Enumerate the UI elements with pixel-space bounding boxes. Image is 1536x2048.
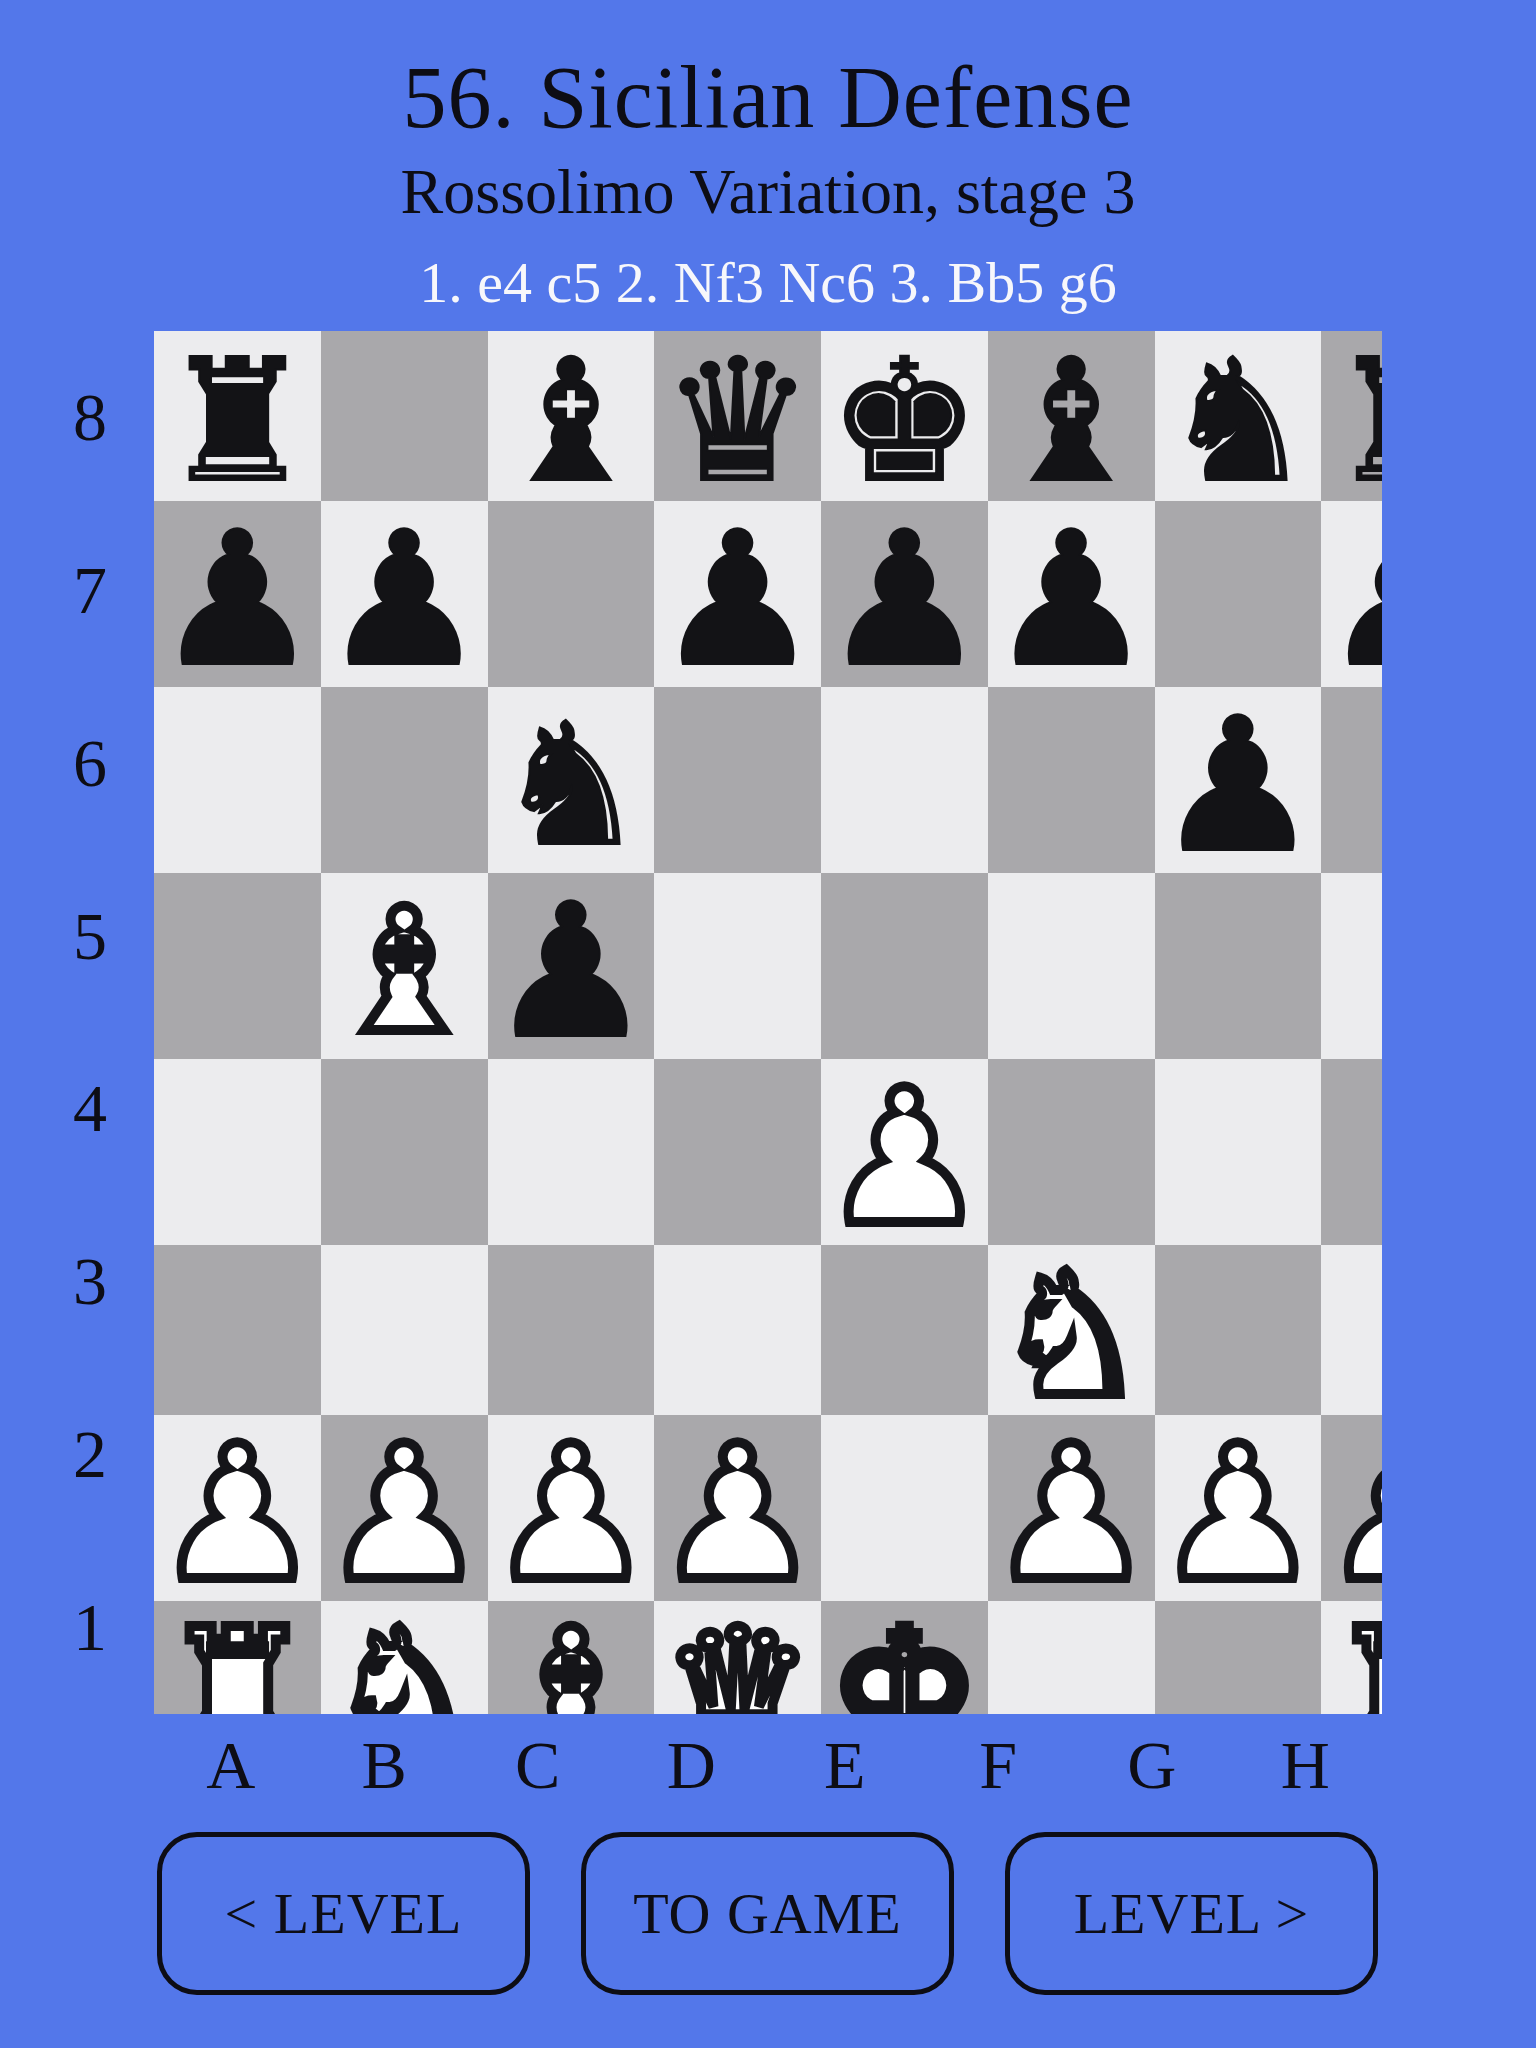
piece-white-pawn: ♟ bbox=[1155, 1421, 1322, 1607]
square-b6[interactable] bbox=[321, 687, 488, 873]
piece-white-king: ♚ bbox=[828, 1606, 980, 1714]
piece-white-queen: ♛ bbox=[661, 1606, 813, 1714]
square-d6[interactable] bbox=[654, 687, 821, 873]
square-g5[interactable] bbox=[1155, 873, 1322, 1059]
piece-black-rook: ♜ bbox=[161, 336, 313, 506]
rank-label-3: 3 bbox=[40, 1195, 140, 1368]
square-f8[interactable]: ♝ bbox=[988, 331, 1155, 501]
square-g7[interactable] bbox=[1155, 501, 1322, 687]
piece-black-pawn: ♟ bbox=[654, 507, 821, 693]
square-b1[interactable]: ♞ bbox=[321, 1601, 488, 1714]
piece-black-pawn: ♟ bbox=[488, 879, 655, 1065]
square-d5[interactable] bbox=[654, 873, 821, 1059]
square-h8[interactable]: ♜ bbox=[1321, 331, 1382, 501]
square-b3[interactable] bbox=[321, 1245, 488, 1415]
square-e1[interactable]: ♚ bbox=[821, 1601, 988, 1714]
piece-black-pawn: ♟ bbox=[821, 507, 988, 693]
rank-label-5: 5 bbox=[40, 850, 140, 1023]
piece-white-pawn: ♟ bbox=[321, 1421, 488, 1607]
square-h7[interactable]: ♟ bbox=[1321, 501, 1382, 687]
square-a5[interactable] bbox=[154, 873, 321, 1059]
prev-level-button[interactable]: < LEVEL bbox=[157, 1832, 530, 1995]
square-d7[interactable]: ♟ bbox=[654, 501, 821, 687]
square-h2[interactable]: ♟ bbox=[1321, 1415, 1382, 1601]
square-g8[interactable]: ♞ bbox=[1155, 331, 1322, 501]
square-c7[interactable] bbox=[488, 501, 655, 687]
to-game-button[interactable]: TO GAME bbox=[581, 1832, 954, 1995]
piece-black-pawn: ♟ bbox=[154, 507, 321, 693]
square-d4[interactable] bbox=[654, 1059, 821, 1245]
piece-white-pawn: ♟ bbox=[154, 1421, 321, 1607]
file-labels: A B C D E F G H bbox=[154, 1722, 1382, 1808]
square-g6[interactable]: ♟ bbox=[1155, 687, 1322, 873]
square-e5[interactable] bbox=[821, 873, 988, 1059]
piece-black-bishop: ♝ bbox=[995, 336, 1147, 506]
file-label-c: C bbox=[461, 1722, 615, 1808]
piece-white-pawn: ♟ bbox=[488, 1421, 655, 1607]
square-c8[interactable]: ♝ bbox=[488, 331, 655, 501]
page-subtitle: Rossolimo Variation, stage 3 bbox=[0, 160, 1536, 224]
rank-label-4: 4 bbox=[40, 1023, 140, 1196]
square-a7[interactable]: ♟ bbox=[154, 501, 321, 687]
square-h6[interactable] bbox=[1321, 687, 1382, 873]
next-level-button[interactable]: LEVEL > bbox=[1005, 1832, 1378, 1995]
square-c4[interactable] bbox=[488, 1059, 655, 1245]
square-h4[interactable] bbox=[1321, 1059, 1382, 1245]
rank-label-6: 6 bbox=[40, 677, 140, 850]
square-f5[interactable] bbox=[988, 873, 1155, 1059]
piece-black-knight: ♞ bbox=[495, 700, 647, 870]
move-list: 1. e4 c5 2. Nf3 Nc6 3. Bb5 g6 bbox=[0, 254, 1536, 312]
square-e7[interactable]: ♟ bbox=[821, 501, 988, 687]
piece-white-pawn: ♟ bbox=[654, 1421, 821, 1607]
square-g2[interactable]: ♟ bbox=[1155, 1415, 1322, 1601]
square-d2[interactable]: ♟ bbox=[654, 1415, 821, 1601]
chess-board: ♜♝♛♚♝♞♜♟♟♟♟♟♟♞♟♝♟♟♞♟♟♟♟♟♟♟♜♞♝♛♚♜ bbox=[154, 331, 1382, 1714]
square-f2[interactable]: ♟ bbox=[988, 1415, 1155, 1601]
piece-black-knight: ♞ bbox=[1162, 336, 1314, 506]
file-label-g: G bbox=[1075, 1722, 1229, 1808]
square-e6[interactable] bbox=[821, 687, 988, 873]
rank-label-1: 1 bbox=[40, 1541, 140, 1714]
piece-black-bishop: ♝ bbox=[495, 336, 647, 506]
piece-white-rook: ♜ bbox=[161, 1606, 313, 1714]
square-e4[interactable]: ♟ bbox=[821, 1059, 988, 1245]
square-b7[interactable]: ♟ bbox=[321, 501, 488, 687]
rank-label-7: 7 bbox=[40, 504, 140, 677]
piece-black-rook: ♜ bbox=[1328, 336, 1382, 506]
square-d3[interactable] bbox=[654, 1245, 821, 1415]
piece-black-pawn: ♟ bbox=[1155, 693, 1322, 879]
square-c6[interactable]: ♞ bbox=[488, 687, 655, 873]
square-h5[interactable] bbox=[1321, 873, 1382, 1059]
piece-black-pawn: ♟ bbox=[988, 507, 1155, 693]
square-a3[interactable] bbox=[154, 1245, 321, 1415]
rank-label-8: 8 bbox=[40, 331, 140, 504]
square-d8[interactable]: ♛ bbox=[654, 331, 821, 501]
square-e8[interactable]: ♚ bbox=[821, 331, 988, 501]
rank-label-2: 2 bbox=[40, 1368, 140, 1541]
rank-labels: 8 7 6 5 4 3 2 1 bbox=[40, 331, 140, 1714]
piece-white-pawn: ♟ bbox=[1321, 1421, 1382, 1607]
square-h3[interactable] bbox=[1321, 1245, 1382, 1415]
file-label-f: F bbox=[922, 1722, 1076, 1808]
square-f3[interactable]: ♞ bbox=[988, 1245, 1155, 1415]
square-b2[interactable]: ♟ bbox=[321, 1415, 488, 1601]
square-b4[interactable] bbox=[321, 1059, 488, 1245]
piece-white-rook: ♜ bbox=[1328, 1606, 1382, 1714]
piece-white-bishop: ♝ bbox=[495, 1606, 647, 1714]
square-a6[interactable] bbox=[154, 687, 321, 873]
piece-black-pawn: ♟ bbox=[1321, 507, 1382, 693]
file-label-b: B bbox=[308, 1722, 462, 1808]
square-a1[interactable]: ♜ bbox=[154, 1601, 321, 1714]
piece-black-king: ♚ bbox=[828, 336, 980, 506]
file-label-a: A bbox=[154, 1722, 308, 1808]
square-f4[interactable] bbox=[988, 1059, 1155, 1245]
file-label-e: E bbox=[768, 1722, 922, 1808]
file-label-h: H bbox=[1229, 1722, 1383, 1808]
square-d1[interactable]: ♛ bbox=[654, 1601, 821, 1714]
square-a4[interactable] bbox=[154, 1059, 321, 1245]
square-b5[interactable]: ♝ bbox=[321, 873, 488, 1059]
square-c5[interactable]: ♟ bbox=[488, 873, 655, 1059]
piece-black-pawn: ♟ bbox=[321, 507, 488, 693]
square-e2[interactable] bbox=[821, 1415, 988, 1601]
piece-white-knight: ♞ bbox=[328, 1606, 480, 1714]
square-f6[interactable] bbox=[988, 687, 1155, 873]
navigation-buttons: < LEVEL TO GAME LEVEL > bbox=[157, 1832, 1378, 1995]
piece-white-pawn: ♟ bbox=[821, 1065, 988, 1251]
piece-white-knight: ♞ bbox=[995, 1250, 1147, 1420]
square-b8[interactable] bbox=[321, 331, 488, 501]
square-c3[interactable] bbox=[488, 1245, 655, 1415]
square-c1[interactable]: ♝ bbox=[488, 1601, 655, 1714]
square-h1[interactable]: ♜ bbox=[1321, 1601, 1382, 1714]
piece-white-bishop: ♝ bbox=[328, 886, 480, 1056]
square-g4[interactable] bbox=[1155, 1059, 1322, 1245]
square-e3[interactable] bbox=[821, 1245, 988, 1415]
square-g3[interactable] bbox=[1155, 1245, 1322, 1415]
square-a2[interactable]: ♟ bbox=[154, 1415, 321, 1601]
page-title: 56. Sicilian Defense bbox=[0, 54, 1536, 142]
square-a8[interactable]: ♜ bbox=[154, 331, 321, 501]
square-c2[interactable]: ♟ bbox=[488, 1415, 655, 1601]
piece-black-queen: ♛ bbox=[661, 336, 813, 506]
square-f7[interactable]: ♟ bbox=[988, 501, 1155, 687]
piece-white-pawn: ♟ bbox=[988, 1421, 1155, 1607]
file-label-d: D bbox=[615, 1722, 769, 1808]
